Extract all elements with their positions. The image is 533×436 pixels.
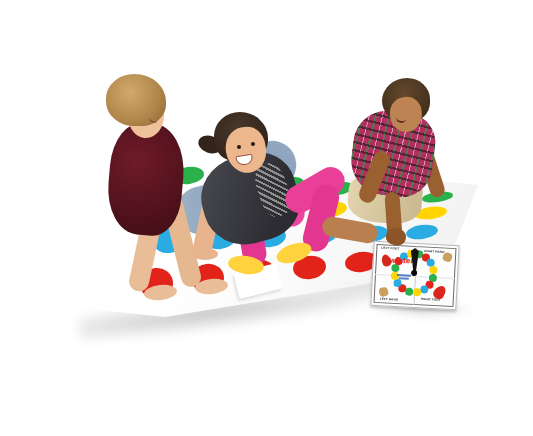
twister-product-photo: Twister LEFT FOOT RIGHT HAND LEFT HAND R…	[0, 0, 533, 436]
mat-circle-yellow-4	[314, 200, 347, 219]
mat-circle-blue-1	[152, 225, 187, 254]
mat-circle-green-5	[371, 185, 404, 200]
mat-circles-layer	[0, 0, 533, 436]
mat-circle-yellow-5	[364, 202, 397, 219]
mat-circle-red-4	[292, 254, 327, 281]
spinner-dot-blue-7	[420, 285, 428, 293]
mat-circle-yellow-1	[163, 192, 197, 216]
mat-circle-yellow-3	[263, 197, 297, 218]
mat-circle-yellow-2	[213, 195, 247, 218]
mat-circle-green-1	[172, 165, 205, 186]
mat-circle-green-3	[272, 175, 305, 193]
mat-circle-blue-2	[202, 225, 237, 252]
mat-circle-blue-4	[304, 224, 338, 247]
mat-circle-yellow-6	[414, 205, 447, 221]
mat-circle-green-2	[222, 170, 255, 190]
mat-circle-red-2	[189, 262, 225, 294]
spinner-dot-yellow-8	[413, 288, 421, 296]
mat-circle-green-4	[321, 180, 354, 197]
mat-circle-green-6	[421, 189, 453, 203]
spinner-board: Twister LEFT FOOT RIGHT HAND LEFT HAND R…	[370, 241, 459, 310]
mat-circle-blue-6	[406, 223, 440, 241]
mat-circle-blue-3	[253, 224, 287, 249]
mat-circle-red-1	[138, 266, 174, 301]
